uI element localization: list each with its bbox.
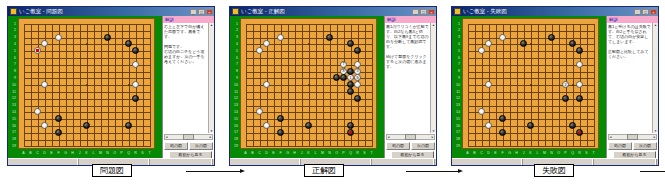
vertical-scrollbar[interactable]: ▲▼ (208, 23, 214, 133)
status-segment (150, 159, 213, 165)
stone-black-R12[interactable] (576, 95, 583, 102)
col-label: S (139, 150, 146, 156)
commentary-header: 解説 (163, 16, 214, 23)
commentary-panel: 解説右上と左下で白が構えた局面です。黒番です。 問題です。 右辺の白二子をどう攻… (162, 16, 214, 160)
close-button[interactable]: × (206, 9, 213, 15)
commentary-text: 黒1のワリコミが正解です。白2なら黒3と切り、以下黒9まで右辺の白を分断して黒好… (386, 24, 430, 130)
move-number: 2 (564, 83, 566, 87)
col-label: R (132, 150, 139, 156)
col-label: J (520, 150, 527, 156)
row-label: 10 (231, 82, 238, 88)
row-label: 12 (231, 95, 238, 101)
commentary-panel: 解説黒1のワリコミが正解です。白2なら黒3と切り、以下黒9まで右辺の白を分断して… (384, 16, 436, 160)
col-label: Q (347, 150, 354, 156)
row-label: 17 (231, 129, 238, 135)
col-label: D (485, 150, 492, 156)
hoshi-point (530, 84, 532, 86)
col-label: D (41, 150, 48, 156)
hoshi-point (128, 84, 130, 86)
row-label: 17 (453, 129, 460, 135)
row-label: 9 (9, 75, 16, 81)
window-title: いご教室 - 失敗図 (463, 7, 634, 16)
prev-diagram-button[interactable]: 前の図 (386, 142, 410, 150)
window-controls: _□× (412, 9, 435, 15)
prev-diagram-button[interactable]: 前の図 (164, 142, 188, 150)
col-label: Q (125, 150, 132, 156)
scroll-right-icon[interactable]: ► (653, 135, 656, 139)
red-dot-marker (578, 131, 581, 134)
row-label: 15 (9, 116, 16, 122)
maximize-button[interactable]: □ (420, 9, 427, 15)
row-label: 12 (9, 95, 16, 101)
nav-buttons: 前の図次の図 (386, 142, 435, 150)
col-label: J (76, 150, 83, 156)
stone-black-K16[interactable] (305, 122, 312, 129)
stone-white-F3[interactable] (277, 34, 284, 41)
row-label: 16 (453, 123, 460, 129)
vertical-scrollbar[interactable]: ▲▼ (430, 23, 436, 133)
stone-black-Q16[interactable] (347, 122, 354, 129)
row-label: 7 (9, 61, 16, 67)
flow-arrow-3 (640, 171, 665, 172)
scroll-down-icon[interactable]: ▼ (654, 129, 657, 133)
stone-white-R7[interactable] (576, 61, 583, 68)
col-label: A (242, 150, 249, 156)
hoshi-point (530, 43, 532, 45)
row-label: 18 (453, 136, 460, 142)
row-label: 11 (9, 89, 16, 95)
maximize-button[interactable]: □ (642, 9, 649, 15)
commentary-header: 解説 (607, 16, 658, 23)
col-label: N (326, 150, 333, 156)
row-label: 19 (9, 143, 16, 149)
col-label: B (471, 150, 478, 156)
next-diagram-button[interactable]: 次の図 (411, 142, 435, 150)
scrollbar-thumb[interactable] (183, 134, 194, 140)
caption-failure: 失敗図 (534, 164, 574, 177)
board-area: 12345678910111213141516171819ABCDEFGHJKL… (230, 16, 384, 160)
col-label: K (83, 150, 90, 156)
window-content: 12345678910111213141516171819ABCDEFGHJKL… (230, 16, 436, 160)
col-label: H (291, 150, 298, 156)
move-number: 7 (342, 62, 344, 66)
col-label: E (492, 150, 499, 156)
app-window-problem: いご教室 - 問題図_□×123456789101112131415161718… (7, 6, 215, 166)
col-label: S (361, 150, 368, 156)
caption-correct: 正解図 (304, 164, 344, 177)
title-bar[interactable]: いご教室 - 正解図_□× (230, 7, 436, 16)
arrowhead-icon (458, 169, 463, 173)
row-label: 9 (231, 75, 238, 81)
stone-black-Q11[interactable] (347, 88, 354, 95)
row-label: 15 (453, 116, 460, 122)
scrollbar-thumb[interactable] (627, 134, 638, 140)
stone-black-F17[interactable] (499, 129, 506, 136)
commentary-header: 解説 (385, 16, 436, 23)
minimize-button[interactable]: _ (634, 9, 641, 15)
row-label: 14 (231, 109, 238, 115)
row-label: 6 (453, 55, 460, 61)
scroll-up-icon[interactable]: ▲ (654, 23, 657, 27)
scrollbar-thumb[interactable] (405, 134, 416, 140)
stone-black-Q16[interactable] (569, 122, 576, 129)
hoshi-point (308, 43, 310, 45)
app-window-failure: いご教室 - 失敗図_□×123456789101112131415161718… (451, 6, 659, 166)
next-diagram-button[interactable]: 次の図 (189, 142, 213, 150)
row-label: 8 (453, 68, 460, 74)
window-controls: _□× (634, 9, 657, 15)
stone-black-F17[interactable] (55, 129, 62, 136)
stone-black-N3[interactable] (326, 34, 333, 41)
row-label: 1 (9, 21, 16, 27)
hoshi-point (308, 84, 310, 86)
horizontal-scrollbar[interactable]: ◄► (164, 134, 213, 140)
scroll-left-icon[interactable]: ◄ (387, 135, 390, 139)
row-label: 3 (453, 34, 460, 40)
scroll-right-icon[interactable]: ► (431, 135, 434, 139)
flow-arrow-1 (186, 171, 241, 172)
col-label: T (368, 150, 375, 156)
col-label: B (27, 150, 34, 156)
scroll-left-icon[interactable]: ◄ (165, 135, 168, 139)
move-number: 9 (356, 76, 358, 80)
col-label: P (562, 150, 569, 156)
app-icon (10, 8, 17, 15)
scroll-up-icon[interactable]: ▲ (432, 23, 435, 27)
col-label: J (298, 150, 305, 156)
col-label: F (55, 150, 62, 156)
stone-black-N3[interactable] (548, 34, 555, 41)
row-label: 13 (231, 102, 238, 108)
row-label: 10 (453, 82, 460, 88)
move-number: 5 (342, 69, 344, 73)
maximize-button[interactable]: □ (198, 9, 205, 15)
window-content: 12345678910111213141516171819ABCDEFGHJKL… (8, 16, 214, 160)
scroll-left-icon[interactable]: ◄ (609, 135, 612, 139)
row-label: 5 (453, 48, 460, 54)
stone-white-F3[interactable] (55, 34, 62, 41)
row-label: 18 (9, 136, 16, 142)
stone-black-K16[interactable] (83, 122, 90, 129)
stone-white-D16[interactable] (41, 122, 48, 129)
col-label: N (104, 150, 111, 156)
row-label: 3 (231, 34, 238, 40)
col-label: N (548, 150, 555, 156)
caption-problem: 問題図 (92, 164, 132, 177)
app-icon (232, 8, 239, 15)
col-label: L (534, 150, 541, 156)
col-label: E (270, 150, 277, 156)
col-label: F (277, 150, 284, 156)
col-label: C (478, 150, 485, 156)
row-label: 15 (231, 116, 238, 122)
row-label: 4 (9, 41, 16, 47)
row-label: 5 (231, 48, 238, 54)
col-label: K (305, 150, 312, 156)
hoshi-point (572, 84, 574, 86)
row-label: 2 (453, 27, 460, 33)
col-label: G (506, 150, 513, 156)
row-label: 18 (231, 136, 238, 142)
col-label: C (34, 150, 41, 156)
close-button[interactable]: × (428, 9, 435, 15)
stone-white-R7[interactable] (132, 61, 139, 68)
col-label: O (555, 150, 562, 156)
col-label: H (513, 150, 520, 156)
col-label: E (48, 150, 55, 156)
col-label: F (499, 150, 506, 156)
scroll-down-icon[interactable]: ▼ (210, 129, 213, 133)
col-label: O (333, 150, 340, 156)
col-label: Q (569, 150, 576, 156)
row-label: 8 (9, 68, 16, 74)
row-label: 1 (231, 21, 238, 27)
window-title: いご教室 - 問題図 (19, 7, 190, 16)
stone-black-F17[interactable] (277, 129, 284, 136)
col-label: H (69, 150, 76, 156)
col-label: T (146, 150, 153, 156)
stone-white-D16[interactable] (485, 122, 492, 129)
stone-black-N3[interactable] (104, 34, 111, 41)
row-label: 12 (453, 95, 460, 101)
scroll-down-icon[interactable]: ▼ (432, 129, 435, 133)
col-label: L (312, 150, 319, 156)
row-label: 16 (9, 123, 16, 129)
horizontal-scrollbar[interactable]: ◄► (608, 134, 657, 140)
stone-white-F3[interactable] (499, 34, 506, 41)
next-diagram-button[interactable]: 次の図 (633, 142, 657, 150)
vertical-scrollbar[interactable]: ▲▼ (652, 23, 658, 133)
row-label: 5 (9, 48, 16, 54)
col-label: S (583, 150, 590, 156)
col-label: C (256, 150, 263, 156)
row-label: 11 (231, 89, 238, 95)
row-label: 19 (453, 143, 460, 149)
scroll-right-icon[interactable]: ► (209, 135, 212, 139)
col-label: A (464, 150, 471, 156)
arrowhead-icon (240, 169, 245, 173)
stone-black-P12[interactable] (562, 95, 569, 102)
hoshi-point (86, 43, 88, 45)
row-label: 3 (9, 34, 16, 40)
col-label: A (20, 150, 27, 156)
stone-black-R12[interactable] (354, 95, 361, 102)
row-label: 17 (9, 129, 16, 135)
row-label: 16 (231, 123, 238, 129)
row-label: 8 (231, 68, 238, 74)
commentary-text: 右上と左下で白が構えた局面です。黒番です。 問題です。 右辺の白二子をどう攻めま… (164, 24, 208, 130)
minimize-button[interactable]: _ (412, 9, 419, 15)
row-label: 4 (453, 41, 460, 47)
col-label: K (527, 150, 534, 156)
status-segment (372, 159, 435, 165)
col-label: R (354, 150, 361, 156)
board-area: 12345678910111213141516171819ABCDEFGHJKL… (8, 16, 162, 160)
move-number: 1 (349, 76, 351, 80)
row-label: 13 (9, 102, 16, 108)
stone-black-Q16[interactable] (125, 122, 132, 129)
row-label: 6 (231, 55, 238, 61)
flow-arrow-2 (406, 171, 459, 172)
nav-buttons: 前の図次の図 (608, 142, 657, 150)
stone-black-K16[interactable] (527, 122, 534, 129)
col-label: P (340, 150, 347, 156)
row-label: 13 (453, 102, 460, 108)
col-label: G (284, 150, 291, 156)
close-button[interactable]: × (650, 9, 657, 15)
status-segment (8, 159, 79, 165)
board-area: 12345678910111213141516171819ABCDEFGHJKL… (452, 16, 606, 160)
row-label: 9 (453, 75, 460, 81)
row-label: 14 (9, 109, 16, 115)
stone-black-Q17[interactable] (347, 129, 354, 136)
scroll-up-icon[interactable]: ▲ (210, 23, 213, 27)
row-label: 11 (453, 89, 460, 95)
stone-white-P7[interactable]: 7 (340, 61, 347, 68)
col-label: P (118, 150, 125, 156)
stone-black-R17[interactable] (576, 129, 583, 136)
move-number: 3 (356, 69, 358, 73)
row-label: 6 (9, 55, 16, 61)
col-label: M (97, 150, 104, 156)
col-label: M (319, 150, 326, 156)
window-content: 12345678910111213141516171819ABCDEFGHJKL… (452, 16, 658, 160)
col-label: O (111, 150, 118, 156)
col-label: B (249, 150, 256, 156)
col-label: G (62, 150, 69, 156)
status-segment (230, 159, 301, 165)
nav-buttons: 前の図次の図 (164, 142, 213, 150)
row-label: 7 (453, 61, 460, 67)
title-bar[interactable]: いご教室 - 問題図_□× (8, 7, 214, 16)
col-label: D (263, 150, 270, 156)
row-label: 2 (231, 27, 238, 33)
stone-white-D16[interactable] (263, 122, 270, 129)
app-icon (454, 8, 461, 15)
col-label: L (90, 150, 97, 156)
app-window-correct: いご教室 - 正解図_□×123456789101112131415161718… (229, 6, 437, 166)
row-label: 19 (231, 143, 238, 149)
window-title: いご教室 - 正解図 (241, 7, 412, 16)
stone-white-R7[interactable] (354, 61, 361, 68)
window-controls: _□× (190, 9, 213, 15)
red-square-marker (36, 49, 39, 52)
horizontal-scrollbar[interactable]: ◄► (386, 134, 435, 140)
minimize-button[interactable]: _ (190, 9, 197, 15)
red-dot-marker (349, 131, 352, 134)
col-label: M (541, 150, 548, 156)
col-label: T (590, 150, 597, 156)
title-bar[interactable]: いご教室 - 失敗図_□× (452, 7, 658, 16)
screenshot-canvas: いご教室 - 問題図_□×123456789101112131415161718… (0, 0, 665, 186)
row-label: 1 (453, 21, 460, 27)
row-label: 7 (231, 61, 238, 67)
status-segment (594, 159, 657, 165)
status-segment (452, 159, 523, 165)
col-label: R (576, 150, 583, 156)
commentary-panel: 解説黒1と受けるのは失敗です。白2と手を戻されて、右辺の白が安定してしまいます。… (606, 16, 658, 160)
stone-black-Q8[interactable] (347, 68, 354, 75)
hoshi-point (86, 84, 88, 86)
row-label: 10 (9, 82, 16, 88)
row-label: 14 (453, 109, 460, 115)
stone-black-R12[interactable] (132, 95, 139, 102)
commentary-text: 黒1と受けるのは失敗です。白2と手を戻されて、右辺の白が安定してしまいます。 正… (608, 24, 652, 130)
row-label: 2 (9, 27, 16, 33)
prev-diagram-button[interactable]: 前の図 (608, 142, 632, 150)
row-label: 4 (231, 41, 238, 47)
